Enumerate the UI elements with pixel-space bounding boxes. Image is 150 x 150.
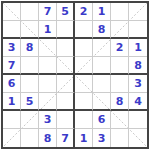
- cell-r2c3[interactable]: 1: [39, 21, 57, 39]
- given-digit: 7: [61, 133, 69, 144]
- cell-r1c4[interactable]: 5: [57, 3, 75, 21]
- cell-r3c5[interactable]: [75, 39, 93, 57]
- cell-r3c1[interactable]: 3: [3, 39, 21, 57]
- cell-r7c2[interactable]: [21, 111, 39, 129]
- cell-r2c5[interactable]: [75, 21, 93, 39]
- given-digit: 1: [80, 133, 88, 144]
- given-digit: 8: [26, 42, 34, 53]
- cell-r7c8[interactable]: [129, 111, 147, 129]
- given-digit: 3: [98, 133, 106, 144]
- cell-r4c7[interactable]: [111, 57, 129, 75]
- cell-r6c7[interactable]: 8: [111, 93, 129, 111]
- cell-r7c5[interactable]: [75, 111, 93, 129]
- cell-r4c5[interactable]: [75, 57, 93, 75]
- cell-r7c1[interactable]: [3, 111, 21, 129]
- cell-r1c6[interactable]: 1: [93, 3, 111, 21]
- cell-r5c7[interactable]: [111, 75, 129, 93]
- cell-r3c3[interactable]: [39, 39, 57, 57]
- cell-r7c6[interactable]: 6: [93, 111, 111, 129]
- cell-r1c7[interactable]: [111, 3, 129, 21]
- cell-r1c8[interactable]: [129, 3, 147, 21]
- cell-r5c2[interactable]: [21, 75, 39, 93]
- cell-r6c6[interactable]: [93, 93, 111, 111]
- cell-r1c2[interactable]: [21, 3, 39, 21]
- sudoku-board: 752118382178631584368713: [1, 1, 149, 149]
- cell-r5c3[interactable]: [39, 75, 57, 93]
- cell-r5c8[interactable]: 3: [129, 75, 147, 93]
- given-digit: 3: [134, 78, 142, 89]
- cell-r8c2[interactable]: [21, 129, 39, 147]
- cell-r7c3[interactable]: 3: [39, 111, 57, 129]
- given-digit: 1: [44, 24, 52, 35]
- cell-grid: 752118382178631584368713: [3, 3, 147, 147]
- cell-r5c6[interactable]: [93, 75, 111, 93]
- cell-r7c7[interactable]: [111, 111, 129, 129]
- given-digit: 3: [8, 42, 16, 53]
- given-digit: 1: [98, 6, 106, 17]
- cell-r8c1[interactable]: [3, 129, 21, 147]
- cell-r3c6[interactable]: [93, 39, 111, 57]
- cell-r7c4[interactable]: [57, 111, 75, 129]
- cell-r8c8[interactable]: [129, 129, 147, 147]
- given-digit: 8: [44, 133, 52, 144]
- given-digit: 5: [26, 96, 34, 107]
- cell-r2c6[interactable]: 8: [93, 21, 111, 39]
- cell-r2c4[interactable]: [57, 21, 75, 39]
- given-digit: 4: [134, 96, 142, 107]
- cell-r2c8[interactable]: [129, 21, 147, 39]
- cell-r4c1[interactable]: 7: [3, 57, 21, 75]
- cell-r8c4[interactable]: 7: [57, 129, 75, 147]
- cell-r4c6[interactable]: [93, 57, 111, 75]
- given-digit: 7: [8, 60, 16, 71]
- given-digit: 6: [8, 78, 16, 89]
- cell-r8c3[interactable]: 8: [39, 129, 57, 147]
- given-digit: 8: [98, 24, 106, 35]
- cell-r4c8[interactable]: 8: [129, 57, 147, 75]
- cell-r2c7[interactable]: [111, 21, 129, 39]
- given-digit: 1: [134, 42, 142, 53]
- cell-r5c4[interactable]: [57, 75, 75, 93]
- cell-r4c2[interactable]: [21, 57, 39, 75]
- cell-r8c7[interactable]: [111, 129, 129, 147]
- given-digit: 1: [8, 96, 16, 107]
- cell-r6c4[interactable]: [57, 93, 75, 111]
- cell-r1c3[interactable]: 7: [39, 3, 57, 21]
- given-digit: 3: [44, 114, 52, 125]
- cell-r2c1[interactable]: [3, 21, 21, 39]
- cell-r3c4[interactable]: [57, 39, 75, 57]
- cell-r4c4[interactable]: [57, 57, 75, 75]
- cell-r6c3[interactable]: [39, 93, 57, 111]
- given-digit: 6: [98, 114, 106, 125]
- cell-r8c6[interactable]: 3: [93, 129, 111, 147]
- cell-r6c2[interactable]: 5: [21, 93, 39, 111]
- given-digit: 7: [44, 6, 52, 17]
- cell-r3c2[interactable]: 8: [21, 39, 39, 57]
- cell-r6c5[interactable]: [75, 93, 93, 111]
- cell-r5c1[interactable]: 6: [3, 75, 21, 93]
- given-digit: 8: [134, 60, 142, 71]
- cell-r5c5[interactable]: [75, 75, 93, 93]
- cell-r2c2[interactable]: [21, 21, 39, 39]
- cell-r4c3[interactable]: [39, 57, 57, 75]
- cell-r3c8[interactable]: 1: [129, 39, 147, 57]
- cell-r6c8[interactable]: 4: [129, 93, 147, 111]
- cell-r8c5[interactable]: 1: [75, 129, 93, 147]
- given-digit: 5: [61, 6, 69, 17]
- cell-r6c1[interactable]: 1: [3, 93, 21, 111]
- cell-r1c5[interactable]: 2: [75, 3, 93, 21]
- cell-r3c7[interactable]: 2: [111, 39, 129, 57]
- given-digit: 2: [80, 6, 88, 17]
- cell-r1c1[interactable]: [3, 3, 21, 21]
- given-digit: 2: [116, 42, 124, 53]
- given-digit: 8: [116, 96, 124, 107]
